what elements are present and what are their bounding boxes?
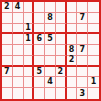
- sudoku-cell-r4c2[interactable]: [13, 34, 24, 45]
- given-digit: 7: [80, 14, 86, 22]
- sudoku-cell-r5c1[interactable]: [2, 45, 13, 56]
- sudoku-cell-r7c1[interactable]: 7: [2, 67, 13, 78]
- sudoku-cell-r4c8[interactable]: [77, 34, 88, 45]
- sudoku-cell-r8c4[interactable]: [34, 77, 45, 88]
- given-digit: 6: [36, 35, 42, 43]
- sudoku-cell-r8c9[interactable]: 1: [88, 77, 99, 88]
- sudoku-cell-r1c4[interactable]: [34, 2, 45, 13]
- given-digit: 5: [36, 68, 42, 76]
- sudoku-cell-r7c4[interactable]: 5: [34, 67, 45, 78]
- sudoku-cell-r2c5[interactable]: 8: [45, 13, 56, 24]
- sudoku-cell-r2c1[interactable]: [2, 13, 13, 24]
- sudoku-cell-r4c5[interactable]: 5: [45, 34, 56, 45]
- sudoku-cell-r6c5[interactable]: [45, 56, 56, 67]
- sudoku-cell-r6c2[interactable]: [13, 56, 24, 67]
- sudoku-cell-r8c1[interactable]: [2, 77, 13, 88]
- sudoku-cell-r7c2[interactable]: [13, 67, 24, 78]
- sudoku-cell-r8c6[interactable]: [56, 77, 67, 88]
- given-digit: 1: [25, 35, 31, 43]
- sudoku-cell-r2c8[interactable]: 7: [77, 13, 88, 24]
- sudoku-cell-r2c3[interactable]: [24, 13, 35, 24]
- sudoku-cell-r3c6[interactable]: [56, 24, 67, 35]
- given-digit: 8: [47, 14, 53, 22]
- sudoku-cell-r5c6[interactable]: [56, 45, 67, 56]
- given-digit: 7: [80, 46, 86, 54]
- sudoku-cell-r8c8[interactable]: [77, 77, 88, 88]
- sudoku-cell-r5c5[interactable]: [45, 45, 56, 56]
- sudoku-cell-r5c3[interactable]: [24, 45, 35, 56]
- sudoku-cell-r2c2[interactable]: [13, 13, 24, 24]
- sudoku-cell-r1c5[interactable]: [45, 2, 56, 13]
- sudoku-cell-r4c1[interactable]: [2, 34, 13, 45]
- sudoku-cell-r8c5[interactable]: 4: [45, 77, 56, 88]
- sudoku-cell-r5c4[interactable]: [34, 45, 45, 56]
- sudoku-cell-r1c7[interactable]: [67, 2, 78, 13]
- given-digit: 2: [57, 68, 63, 76]
- sudoku-cell-r7c5[interactable]: [45, 67, 56, 78]
- given-digit: 4: [15, 3, 21, 11]
- sudoku-cell-r9c9[interactable]: [88, 88, 99, 99]
- sudoku-cell-r6c1[interactable]: [2, 56, 13, 67]
- sudoku-cell-r5c8[interactable]: 7: [77, 45, 88, 56]
- given-digit: 3: [80, 90, 86, 98]
- sudoku-cell-r9c7[interactable]: [67, 88, 78, 99]
- sudoku-cell-r4c3[interactable]: 1: [24, 34, 35, 45]
- sudoku-cell-r6c3[interactable]: [24, 56, 35, 67]
- sudoku-cell-r1c9[interactable]: [88, 2, 99, 13]
- sudoku-cell-r4c9[interactable]: [88, 34, 99, 45]
- sudoku-cell-r3c1[interactable]: [2, 24, 13, 35]
- sudoku-cell-r6c8[interactable]: [77, 56, 88, 67]
- sudoku-cell-r1c1[interactable]: 2: [2, 2, 13, 13]
- sudoku-cell-r1c8[interactable]: [77, 2, 88, 13]
- given-digit: 8: [69, 46, 75, 54]
- sudoku-cell-r9c1[interactable]: [2, 88, 13, 99]
- sudoku-cell-r8c7[interactable]: [67, 77, 78, 88]
- sudoku-cell-r9c6[interactable]: [56, 88, 67, 99]
- sudoku-cell-r1c2[interactable]: 4: [13, 2, 24, 13]
- given-digit: 1: [25, 24, 31, 32]
- sudoku-cell-r6c4[interactable]: [34, 56, 45, 67]
- sudoku-cell-r4c4[interactable]: 6: [34, 34, 45, 45]
- sudoku-cell-r3c3[interactable]: 1: [24, 24, 35, 35]
- sudoku-cell-r3c9[interactable]: [88, 24, 99, 35]
- given-digit: 2: [69, 56, 75, 64]
- sudoku-cell-r2c4[interactable]: [34, 13, 45, 24]
- sudoku-cell-r4c6[interactable]: [56, 34, 67, 45]
- sudoku-cell-r6c9[interactable]: [88, 56, 99, 67]
- sudoku-cell-r3c8[interactable]: [77, 24, 88, 35]
- sudoku-cell-r6c7[interactable]: 2: [67, 56, 78, 67]
- sudoku-cell-r5c7[interactable]: 8: [67, 45, 78, 56]
- sudoku-cell-r1c3[interactable]: [24, 2, 35, 13]
- sudoku-cell-r9c2[interactable]: [13, 88, 24, 99]
- sudoku-cell-r9c8[interactable]: 3: [77, 88, 88, 99]
- sudoku-cell-r9c5[interactable]: [45, 88, 56, 99]
- sudoku-cell-r7c9[interactable]: [88, 67, 99, 78]
- sudoku-cell-r2c7[interactable]: [67, 13, 78, 24]
- sudoku-cell-r3c2[interactable]: [13, 24, 24, 35]
- sudoku-cell-r9c4[interactable]: [34, 88, 45, 99]
- given-digit: 5: [47, 35, 53, 43]
- sudoku-cell-r1c6[interactable]: [56, 2, 67, 13]
- sudoku-board: 24871165872752413: [0, 0, 101, 101]
- sudoku-cell-r8c2[interactable]: [13, 77, 24, 88]
- given-digit: 4: [47, 78, 53, 86]
- sudoku-cell-r5c2[interactable]: [13, 45, 24, 56]
- given-digit: 1: [91, 78, 97, 86]
- sudoku-cell-r3c7[interactable]: [67, 24, 78, 35]
- sudoku-cell-r7c8[interactable]: [77, 67, 88, 78]
- sudoku-cell-r7c7[interactable]: [67, 67, 78, 78]
- sudoku-cell-r2c9[interactable]: [88, 13, 99, 24]
- sudoku-cell-r3c5[interactable]: [45, 24, 56, 35]
- sudoku-cell-r9c3[interactable]: [24, 88, 35, 99]
- sudoku-cell-r2c6[interactable]: [56, 13, 67, 24]
- given-digit: 2: [4, 3, 10, 11]
- sudoku-cell-r4c7[interactable]: [67, 34, 78, 45]
- sudoku-cell-r5c9[interactable]: [88, 45, 99, 56]
- sudoku-cell-r7c6[interactable]: 2: [56, 67, 67, 78]
- sudoku-cell-r6c6[interactable]: [56, 56, 67, 67]
- given-digit: 7: [4, 68, 10, 76]
- sudoku-cell-r3c4[interactable]: [34, 24, 45, 35]
- sudoku-cell-r8c3[interactable]: [24, 77, 35, 88]
- sudoku-cell-r7c3[interactable]: [24, 67, 35, 78]
